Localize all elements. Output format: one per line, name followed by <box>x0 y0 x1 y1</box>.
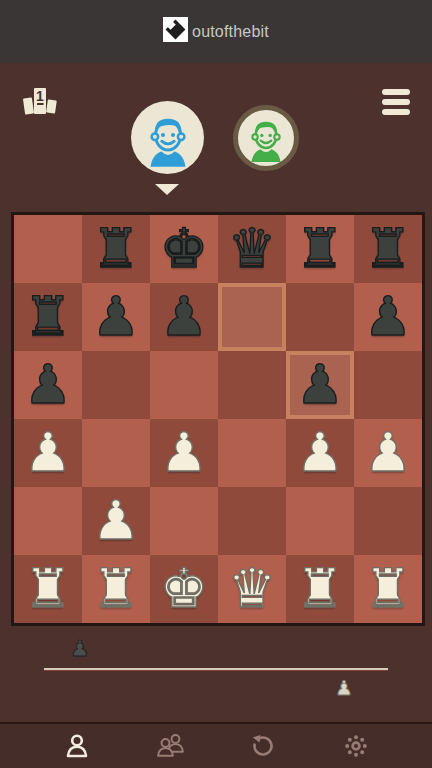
square-e2[interactable] <box>286 487 354 555</box>
piece-bK-c6[interactable]: ♚ <box>160 215 208 283</box>
piece-wP-a3[interactable]: ♟ <box>24 419 72 487</box>
chess-board[interactable]: ♜♚♛♜♜♜♟♟♟♟♟♟♟♟♟♟♜♜♚♛♜♜ <box>11 212 425 626</box>
square-a3[interactable]: ♟ <box>14 419 82 487</box>
square-d1[interactable]: ♛ <box>218 555 286 623</box>
square-c1[interactable]: ♚ <box>150 555 218 623</box>
square-f6[interactable]: ♜ <box>354 215 422 283</box>
restart-undo-icon[interactable] <box>248 731 278 761</box>
square-e6[interactable]: ♜ <box>286 215 354 283</box>
square-b3[interactable] <box>82 419 150 487</box>
piece-bP-f5[interactable]: ♟ <box>364 283 412 351</box>
piece-wR-a1[interactable]: ♜ <box>24 555 72 623</box>
piece-bP-a4[interactable]: ♟ <box>24 351 72 419</box>
piece-bR-a5[interactable]: ♜ <box>24 283 72 351</box>
single-player-person-icon[interactable] <box>62 731 92 761</box>
square-c2[interactable] <box>150 487 218 555</box>
piece-wP-e3[interactable]: ♟ <box>296 419 344 487</box>
piece-bR-f6[interactable]: ♜ <box>364 215 412 283</box>
piece-wQ-d1[interactable]: ♛ <box>228 555 276 623</box>
square-e1[interactable]: ♜ <box>286 555 354 623</box>
square-f5[interactable]: ♟ <box>354 283 422 351</box>
square-f3[interactable]: ♟ <box>354 419 422 487</box>
square-a1[interactable]: ♜ <box>14 555 82 623</box>
square-b4[interactable] <box>82 351 150 419</box>
bottom-toolbar <box>0 722 432 768</box>
square-e3[interactable]: ♟ <box>286 419 354 487</box>
piece-wP-f3[interactable]: ♟ <box>364 419 412 487</box>
square-c4[interactable] <box>150 351 218 419</box>
square-f2[interactable] <box>354 487 422 555</box>
square-c3[interactable]: ♟ <box>150 419 218 487</box>
piece-wR-e1[interactable]: ♜ <box>296 555 344 623</box>
player-white-avatar[interactable] <box>131 101 204 174</box>
settings-gear-dots-icon[interactable] <box>341 731 371 761</box>
piece-bR-e6[interactable]: ♜ <box>296 215 344 283</box>
captured-by-black-tray: ♟ <box>335 676 353 700</box>
piece-wP-c3[interactable]: ♟ <box>160 419 208 487</box>
turn-indicator-triangle <box>155 184 179 195</box>
brand-name: outofthebit <box>192 23 269 41</box>
square-b6[interactable]: ♜ <box>82 215 150 283</box>
piece-wK-c1[interactable]: ♚ <box>160 555 208 623</box>
square-a4[interactable]: ♟ <box>14 351 82 419</box>
captured-wP: ♟ <box>335 676 353 700</box>
square-d2[interactable] <box>218 487 286 555</box>
square-f1[interactable]: ♜ <box>354 555 422 623</box>
square-b1[interactable]: ♜ <box>82 555 150 623</box>
hamburger-menu-icon[interactable] <box>382 89 410 115</box>
top-brand-bar: outofthebit <box>0 0 432 63</box>
captured-tray-divider <box>44 668 388 671</box>
square-b5[interactable]: ♟ <box>82 283 150 351</box>
square-d4[interactable] <box>218 351 286 419</box>
piece-bR-b6[interactable]: ♜ <box>92 215 140 283</box>
square-a5[interactable]: ♜ <box>14 283 82 351</box>
square-b2[interactable]: ♟ <box>82 487 150 555</box>
piece-bP-c5[interactable]: ♟ <box>160 283 208 351</box>
piece-wP-b2[interactable]: ♟ <box>92 487 140 555</box>
podium-first-place-icon[interactable]: 1 <box>22 84 58 122</box>
square-c6[interactable]: ♚ <box>150 215 218 283</box>
piece-bP-b5[interactable]: ♟ <box>92 283 140 351</box>
square-d3[interactable] <box>218 419 286 487</box>
two-players-people-icon[interactable] <box>155 731 185 761</box>
piece-wR-f1[interactable]: ♜ <box>364 555 412 623</box>
piece-bP-e4[interactable]: ♟ <box>296 351 344 419</box>
piece-wR-b1[interactable]: ♜ <box>92 555 140 623</box>
square-d6[interactable]: ♛ <box>218 215 286 283</box>
outofthebit-logo-icon <box>163 17 188 46</box>
square-c5[interactable]: ♟ <box>150 283 218 351</box>
square-d5[interactable] <box>218 283 286 351</box>
square-f4[interactable] <box>354 351 422 419</box>
square-e5[interactable] <box>286 283 354 351</box>
captured-by-white-tray: ♟ <box>70 636 90 661</box>
svg-text:1: 1 <box>36 88 44 104</box>
square-a6[interactable] <box>14 215 82 283</box>
square-e4[interactable]: ♟ <box>286 351 354 419</box>
player-black-avatar[interactable] <box>233 105 299 171</box>
captured-bP: ♟ <box>70 636 90 661</box>
piece-bQ-d6[interactable]: ♛ <box>228 215 276 283</box>
square-a2[interactable] <box>14 487 82 555</box>
